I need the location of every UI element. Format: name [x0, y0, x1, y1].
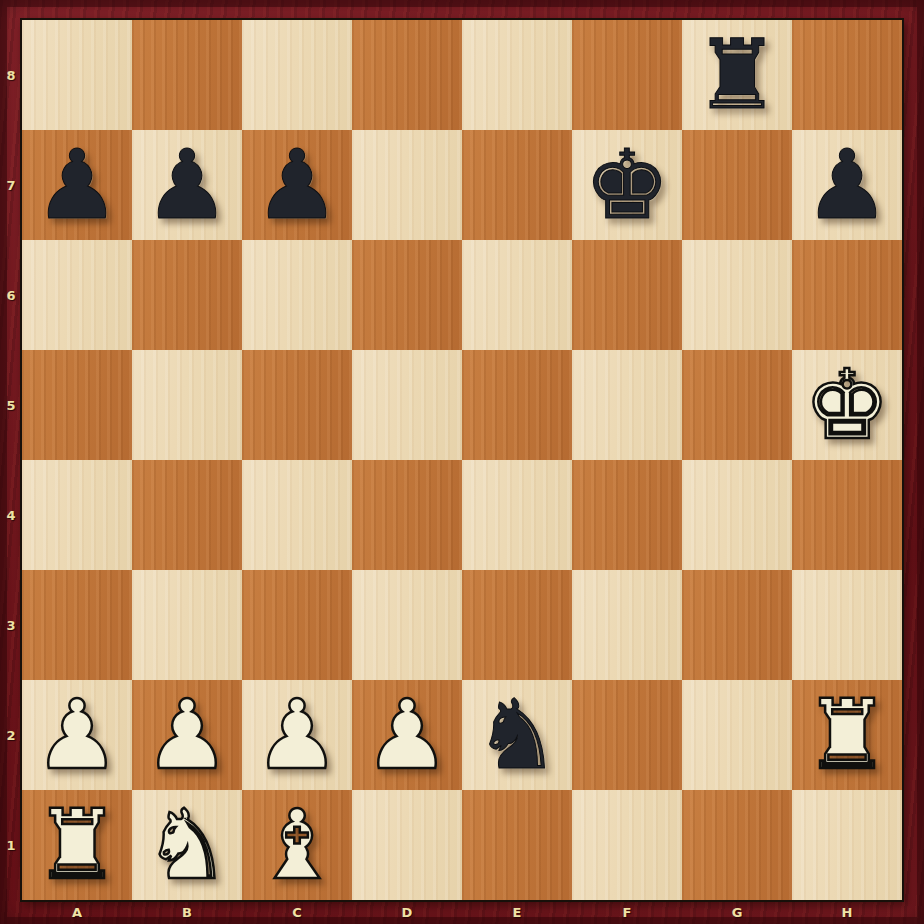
square-f3[interactable]	[572, 570, 682, 680]
file-label-g: G	[682, 900, 792, 924]
rank-label-6: 6	[0, 240, 22, 350]
piece-white-pawn[interactable]: ♟	[364, 680, 450, 790]
square-b7[interactable]: ♟	[132, 130, 242, 240]
piece-black-pawn[interactable]: ♟	[144, 130, 230, 240]
rank-labels: 87654321	[0, 20, 22, 900]
square-f4[interactable]	[572, 460, 682, 570]
square-a8[interactable]	[22, 20, 132, 130]
square-a5[interactable]	[22, 350, 132, 460]
square-c2[interactable]: ♟	[242, 680, 352, 790]
square-d4[interactable]	[352, 460, 462, 570]
square-e6[interactable]	[462, 240, 572, 350]
square-e7[interactable]	[462, 130, 572, 240]
square-g4[interactable]	[682, 460, 792, 570]
piece-white-rook[interactable]: ♜	[804, 680, 890, 790]
square-d1[interactable]	[352, 790, 462, 900]
square-d8[interactable]	[352, 20, 462, 130]
rank-label-3: 3	[0, 570, 22, 680]
square-c1[interactable]: ♝	[242, 790, 352, 900]
square-a1[interactable]: ♜	[22, 790, 132, 900]
square-h3[interactable]	[792, 570, 902, 680]
rank-label-8: 8	[0, 20, 22, 130]
square-f7[interactable]: ♚	[572, 130, 682, 240]
file-label-h: H	[792, 900, 902, 924]
piece-white-bishop[interactable]: ♝	[254, 790, 340, 900]
square-c6[interactable]	[242, 240, 352, 350]
square-e5[interactable]	[462, 350, 572, 460]
file-label-d: D	[352, 900, 462, 924]
square-g5[interactable]	[682, 350, 792, 460]
square-c3[interactable]	[242, 570, 352, 680]
piece-black-pawn[interactable]: ♟	[804, 130, 890, 240]
rank-label-5: 5	[0, 350, 22, 460]
square-h8[interactable]	[792, 20, 902, 130]
square-f8[interactable]	[572, 20, 682, 130]
piece-white-knight[interactable]: ♞	[144, 790, 230, 900]
piece-white-pawn[interactable]: ♟	[254, 680, 340, 790]
square-f2[interactable]	[572, 680, 682, 790]
square-g2[interactable]	[682, 680, 792, 790]
file-labels: ABCDEFGH	[22, 900, 902, 924]
square-a2[interactable]: ♟	[22, 680, 132, 790]
file-label-f: F	[572, 900, 682, 924]
square-b4[interactable]	[132, 460, 242, 570]
piece-white-pawn[interactable]: ♟	[144, 680, 230, 790]
square-h2[interactable]: ♜	[792, 680, 902, 790]
square-e3[interactable]	[462, 570, 572, 680]
chess-board: ♜♟♟♟♚♟♚♟♟♟♟♞♜♜♞♝	[20, 18, 904, 902]
square-c7[interactable]: ♟	[242, 130, 352, 240]
square-f6[interactable]	[572, 240, 682, 350]
square-a3[interactable]	[22, 570, 132, 680]
square-b3[interactable]	[132, 570, 242, 680]
square-c4[interactable]	[242, 460, 352, 570]
square-h1[interactable]	[792, 790, 902, 900]
square-g3[interactable]	[682, 570, 792, 680]
square-f5[interactable]	[572, 350, 682, 460]
file-label-e: E	[462, 900, 572, 924]
square-d2[interactable]: ♟	[352, 680, 462, 790]
piece-black-pawn[interactable]: ♟	[34, 130, 120, 240]
square-f1[interactable]	[572, 790, 682, 900]
chess-board-frame: 87654321 ♜♟♟♟♚♟♚♟♟♟♟♞♜♜♞♝ ABCDEFGH	[0, 0, 924, 924]
square-a6[interactable]	[22, 240, 132, 350]
square-g7[interactable]	[682, 130, 792, 240]
square-e2[interactable]: ♞	[462, 680, 572, 790]
square-e1[interactable]	[462, 790, 572, 900]
square-e4[interactable]	[462, 460, 572, 570]
square-d3[interactable]	[352, 570, 462, 680]
square-d6[interactable]	[352, 240, 462, 350]
file-label-a: A	[22, 900, 132, 924]
square-h4[interactable]	[792, 460, 902, 570]
square-a4[interactable]	[22, 460, 132, 570]
piece-black-knight[interactable]: ♞	[474, 680, 560, 790]
piece-white-pawn[interactable]: ♟	[34, 680, 120, 790]
square-d7[interactable]	[352, 130, 462, 240]
piece-black-pawn[interactable]: ♟	[254, 130, 340, 240]
square-c8[interactable]	[242, 20, 352, 130]
file-label-c: C	[242, 900, 352, 924]
square-b5[interactable]	[132, 350, 242, 460]
square-h5[interactable]: ♚	[792, 350, 902, 460]
square-c5[interactable]	[242, 350, 352, 460]
piece-black-rook[interactable]: ♜	[694, 20, 780, 130]
rank-label-1: 1	[0, 790, 22, 900]
square-a7[interactable]: ♟	[22, 130, 132, 240]
square-h6[interactable]	[792, 240, 902, 350]
square-h7[interactable]: ♟	[792, 130, 902, 240]
square-b8[interactable]	[132, 20, 242, 130]
piece-black-king[interactable]: ♚	[584, 130, 670, 240]
square-g6[interactable]	[682, 240, 792, 350]
square-b1[interactable]: ♞	[132, 790, 242, 900]
square-b6[interactable]	[132, 240, 242, 350]
square-b2[interactable]: ♟	[132, 680, 242, 790]
square-d5[interactable]	[352, 350, 462, 460]
rank-label-2: 2	[0, 680, 22, 790]
square-g1[interactable]	[682, 790, 792, 900]
rank-label-4: 4	[0, 460, 22, 570]
piece-white-rook[interactable]: ♜	[34, 790, 120, 900]
piece-white-king[interactable]: ♚	[804, 350, 890, 460]
file-label-b: B	[132, 900, 242, 924]
square-g8[interactable]: ♜	[682, 20, 792, 130]
rank-label-7: 7	[0, 130, 22, 240]
square-e8[interactable]	[462, 20, 572, 130]
